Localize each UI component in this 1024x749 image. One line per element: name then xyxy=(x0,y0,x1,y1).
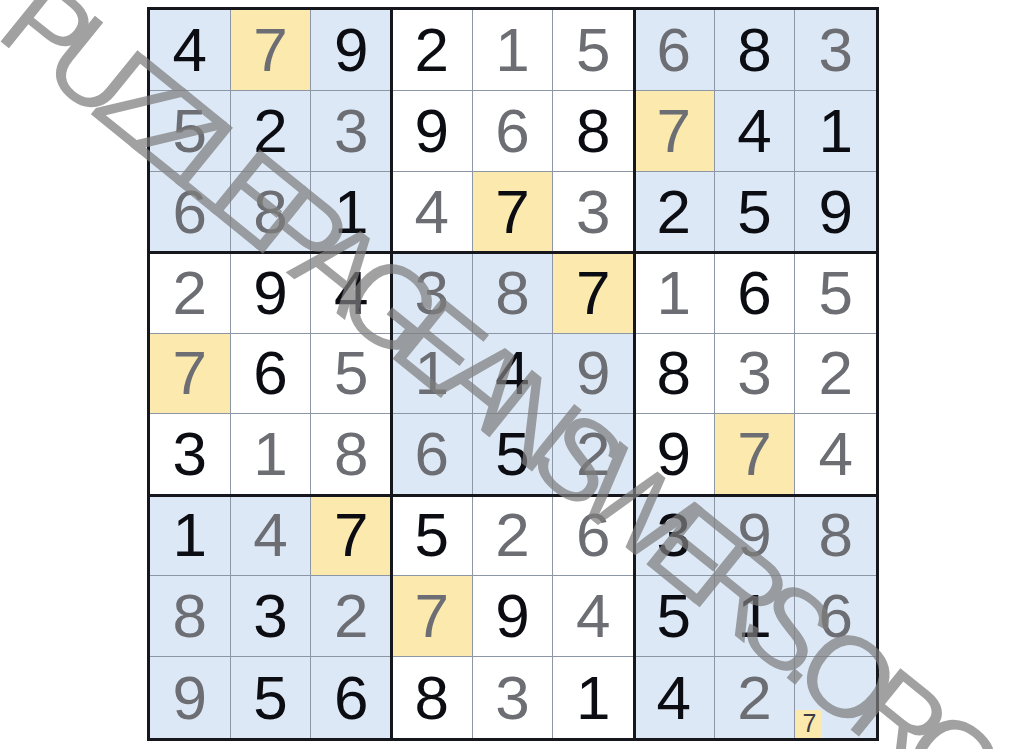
cell-r5c8[interactable]: 3 xyxy=(715,334,796,415)
cell-r2c5[interactable]: 6 xyxy=(473,91,554,172)
cell-r8c7[interactable]: 5 xyxy=(634,576,715,657)
cell-r5c6[interactable]: 9 xyxy=(553,334,634,415)
cell-r4c3[interactable]: 4 xyxy=(311,253,392,334)
cell-r3c6[interactable]: 3 xyxy=(553,172,634,253)
cell-r1c3[interactable]: 9 xyxy=(311,10,392,91)
pencil-mark: 7 xyxy=(796,710,822,738)
cell-r2c4[interactable]: 9 xyxy=(392,91,473,172)
cell-r2c9[interactable]: 1 xyxy=(795,91,876,172)
cell-r7c4[interactable]: 5 xyxy=(392,495,473,576)
cell-r6c4[interactable]: 6 xyxy=(392,414,473,495)
cell-r5c3[interactable]: 5 xyxy=(311,334,392,415)
cell-r3c4[interactable]: 4 xyxy=(392,172,473,253)
cell-r9c2[interactable]: 5 xyxy=(231,657,312,738)
cell-r5c9[interactable]: 2 xyxy=(795,334,876,415)
cell-r8c9[interactable]: 6 xyxy=(795,576,876,657)
cell-r3c8[interactable]: 5 xyxy=(715,172,796,253)
cell-r2c7[interactable]: 7 xyxy=(634,91,715,172)
cell-r2c2[interactable]: 2 xyxy=(231,91,312,172)
cell-r4c2[interactable]: 9 xyxy=(231,253,312,334)
cell-r2c3[interactable]: 3 xyxy=(311,91,392,172)
cell-r9c7[interactable]: 4 xyxy=(634,657,715,738)
cell-r5c1[interactable]: 7 xyxy=(150,334,231,415)
cell-r3c2[interactable]: 8 xyxy=(231,172,312,253)
cell-r1c8[interactable]: 8 xyxy=(715,10,796,91)
cell-r2c1[interactable]: 5 xyxy=(150,91,231,172)
cell-r7c8[interactable]: 9 xyxy=(715,495,796,576)
cell-r4c7[interactable]: 1 xyxy=(634,253,715,334)
cell-r3c7[interactable]: 2 xyxy=(634,172,715,253)
cell-r8c1[interactable]: 8 xyxy=(150,576,231,657)
cell-r4c9[interactable]: 5 xyxy=(795,253,876,334)
cell-r4c6[interactable]: 7 xyxy=(553,253,634,334)
cell-r6c3[interactable]: 8 xyxy=(311,414,392,495)
cell-r6c2[interactable]: 1 xyxy=(231,414,312,495)
cell-r9c3[interactable]: 6 xyxy=(311,657,392,738)
cell-r7c1[interactable]: 1 xyxy=(150,495,231,576)
cell-r9c8[interactable]: 2 xyxy=(715,657,796,738)
page: 4792156835239687416814732592943871657651… xyxy=(0,0,1024,749)
cell-r7c9[interactable]: 8 xyxy=(795,495,876,576)
cell-r1c1[interactable]: 4 xyxy=(150,10,231,91)
cell-r7c7[interactable]: 3 xyxy=(634,495,715,576)
cell-r8c2[interactable]: 3 xyxy=(231,576,312,657)
cell-r5c4[interactable]: 1 xyxy=(392,334,473,415)
cell-r4c8[interactable]: 6 xyxy=(715,253,796,334)
cell-r6c7[interactable]: 9 xyxy=(634,414,715,495)
cell-r6c1[interactable]: 3 xyxy=(150,414,231,495)
cell-r9c9[interactable]: 7 xyxy=(795,657,876,738)
cell-r2c6[interactable]: 8 xyxy=(553,91,634,172)
cell-r9c6[interactable]: 1 xyxy=(553,657,634,738)
cell-r4c1[interactable]: 2 xyxy=(150,253,231,334)
cell-r8c8[interactable]: 1 xyxy=(715,576,796,657)
cell-r8c6[interactable]: 4 xyxy=(553,576,634,657)
cell-r1c7[interactable]: 6 xyxy=(634,10,715,91)
cell-r5c2[interactable]: 6 xyxy=(231,334,312,415)
cell-r8c3[interactable]: 2 xyxy=(311,576,392,657)
sudoku-board: 4792156835239687416814732592943871657651… xyxy=(147,7,879,741)
cell-r5c7[interactable]: 8 xyxy=(634,334,715,415)
cell-r6c9[interactable]: 4 xyxy=(795,414,876,495)
cell-r3c9[interactable]: 9 xyxy=(795,172,876,253)
cell-r7c2[interactable]: 4 xyxy=(231,495,312,576)
cell-r7c6[interactable]: 6 xyxy=(553,495,634,576)
cell-r5c5[interactable]: 4 xyxy=(473,334,554,415)
cell-r4c5[interactable]: 8 xyxy=(473,253,554,334)
cell-r9c5[interactable]: 3 xyxy=(473,657,554,738)
cell-r6c5[interactable]: 5 xyxy=(473,414,554,495)
cell-r3c5[interactable]: 7 xyxy=(473,172,554,253)
cell-r1c5[interactable]: 1 xyxy=(473,10,554,91)
cell-r4c4[interactable]: 3 xyxy=(392,253,473,334)
cell-r1c9[interactable]: 3 xyxy=(795,10,876,91)
cell-r9c1[interactable]: 9 xyxy=(150,657,231,738)
cell-r6c6[interactable]: 2 xyxy=(553,414,634,495)
cell-r3c3[interactable]: 1 xyxy=(311,172,392,253)
cell-r2c8[interactable]: 4 xyxy=(715,91,796,172)
cell-r1c4[interactable]: 2 xyxy=(392,10,473,91)
cell-r7c5[interactable]: 2 xyxy=(473,495,554,576)
cell-r9c4[interactable]: 8 xyxy=(392,657,473,738)
cell-r3c1[interactable]: 6 xyxy=(150,172,231,253)
cell-r1c6[interactable]: 5 xyxy=(553,10,634,91)
cell-r1c2[interactable]: 7 xyxy=(231,10,312,91)
cell-r6c8[interactable]: 7 xyxy=(715,414,796,495)
cell-r7c3[interactable]: 7 xyxy=(311,495,392,576)
cell-r8c4[interactable]: 7 xyxy=(392,576,473,657)
cell-r8c5[interactable]: 9 xyxy=(473,576,554,657)
